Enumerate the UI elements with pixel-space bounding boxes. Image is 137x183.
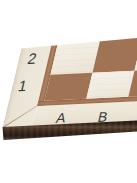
square-b1 xyxy=(86,71,134,99)
square-a1 xyxy=(44,73,92,101)
chessboard-corner-photo: 2 1 A B xyxy=(0,0,137,183)
squares-grid xyxy=(44,25,137,101)
square-b2 xyxy=(92,27,137,73)
board-perspective-wrapper: 2 1 A B xyxy=(2,25,137,128)
board-surface: 2 1 A B xyxy=(0,0,137,183)
